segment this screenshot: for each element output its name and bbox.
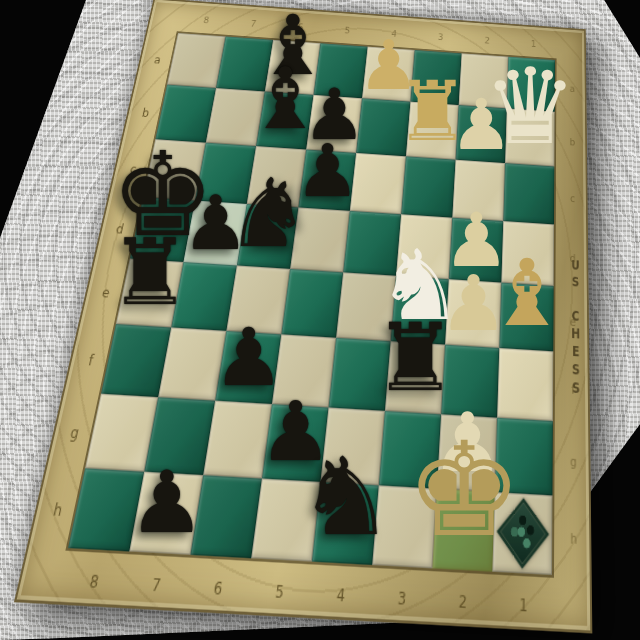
rank-label-bottom-5: 5 (274, 581, 285, 600)
file-label-right-f: f (571, 383, 575, 396)
rank-label-bottom-3: 3 (397, 588, 407, 607)
file-label-left-h: h (52, 500, 64, 518)
piece-black-rook-e8[interactable]: ♜ (109, 227, 191, 318)
file-label-left-a: a (153, 53, 162, 65)
rank-label-bottom-2: 2 (458, 591, 467, 610)
file-label-left-g: g (69, 423, 81, 440)
square-e5[interactable] (281, 269, 343, 338)
piece-black-knight-h4[interactable]: ♞ (298, 443, 394, 551)
file-label-right-c: c (570, 193, 575, 204)
rank-label-top-3: 3 (438, 32, 444, 41)
rank-label-top-8: 8 (203, 15, 210, 24)
file-label-left-f: f (87, 352, 95, 367)
rank-label-bottom-4: 4 (336, 585, 346, 604)
piece-black-pawn-h7[interactable]: ♟ (129, 460, 206, 546)
piece-white-king-h2[interactable]: ♚ (405, 425, 522, 556)
piece-black-knight-d6[interactable]: ♞ (226, 166, 311, 261)
piece-black-rook-f3[interactable]: ♜ (374, 311, 458, 404)
piece-white-bishop-e1[interactable]: ♝ (485, 247, 568, 340)
piece-white-queen-b1[interactable]: ♛ (483, 54, 577, 159)
rank-label-bottom-6: 6 (213, 578, 224, 597)
square-f1[interactable] (497, 348, 553, 421)
file-label-left-b: b (141, 106, 150, 118)
rank-label-top-2: 2 (484, 35, 490, 44)
file-label-right-h: h (570, 531, 577, 546)
file-label-right-e: e (570, 315, 576, 327)
file-label-right-d: d (570, 252, 576, 264)
rank-label-bottom-8: 8 (88, 571, 100, 590)
file-label-right-g: g (570, 454, 577, 468)
square-c1[interactable] (503, 163, 554, 224)
rank-label-bottom-1: 1 (519, 595, 528, 614)
rank-label-top-5: 5 (344, 25, 351, 34)
rank-label-bottom-7: 7 (151, 575, 163, 594)
